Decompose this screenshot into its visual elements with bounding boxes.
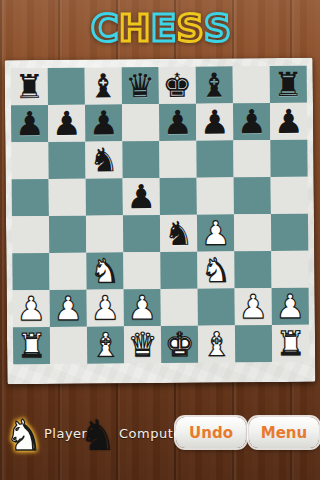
square-d5[interactable]: ♟ xyxy=(123,178,160,215)
square-a2[interactable]: ♟ xyxy=(13,290,50,327)
white-pawn-a2: ♟ xyxy=(16,290,46,327)
square-a3[interactable] xyxy=(12,253,49,290)
black-queen-d8: ♛ xyxy=(125,67,155,104)
square-d1[interactable]: ♛ xyxy=(124,326,161,363)
black-rook-a8: ♜ xyxy=(14,68,44,105)
square-e4[interactable]: ♞ xyxy=(160,215,197,252)
square-f8[interactable]: ♝ xyxy=(196,66,233,103)
square-f7[interactable]: ♟ xyxy=(196,103,233,140)
white-knight-c3: ♞ xyxy=(90,252,120,289)
black-pawn-d5: ♟ xyxy=(126,178,156,215)
square-a8[interactable]: ♜ xyxy=(11,68,48,105)
square-b8[interactable] xyxy=(48,68,85,105)
black-pawn-a7: ♟ xyxy=(15,105,45,142)
black-pawn-g7: ♟ xyxy=(237,103,267,140)
black-rook-h8: ♜ xyxy=(273,66,303,103)
white-pawn-d2: ♟ xyxy=(127,289,157,326)
square-d4[interactable] xyxy=(123,215,160,252)
square-e3[interactable] xyxy=(160,252,197,289)
square-a5[interactable] xyxy=(12,179,49,216)
black-pawn-h7: ♟ xyxy=(274,103,304,140)
square-e1[interactable]: ♚ xyxy=(161,326,198,363)
white-bishop-f1: ♝ xyxy=(202,325,232,362)
square-h2[interactable]: ♟ xyxy=(272,288,309,325)
square-d3[interactable] xyxy=(123,252,160,289)
white-knight-f3: ♞ xyxy=(201,251,231,288)
black-knight-icon: ♞ xyxy=(79,410,117,462)
square-a7[interactable]: ♟ xyxy=(11,105,48,142)
square-b4[interactable] xyxy=(49,216,86,253)
square-g5[interactable] xyxy=(234,177,271,214)
square-g2[interactable]: ♟ xyxy=(235,288,272,325)
square-b6[interactable] xyxy=(48,142,85,179)
square-h3[interactable] xyxy=(271,251,308,288)
square-h1[interactable]: ♜ xyxy=(272,325,309,362)
black-knight-c6: ♞ xyxy=(89,141,119,178)
title-letter: S xyxy=(175,6,202,50)
square-a6[interactable] xyxy=(11,142,48,179)
square-d7[interactable] xyxy=(122,104,159,141)
black-knight-e4: ♞ xyxy=(164,215,194,252)
square-e5[interactable] xyxy=(160,178,197,215)
black-pawn-b7: ♟ xyxy=(52,105,82,142)
square-c2[interactable]: ♟ xyxy=(87,289,124,326)
title-letter: E xyxy=(149,6,175,50)
white-rook-a1: ♜ xyxy=(17,327,47,364)
black-bishop-c8: ♝ xyxy=(88,67,118,104)
square-d2[interactable]: ♟ xyxy=(124,289,161,326)
title-letter: S xyxy=(203,6,230,50)
square-g3[interactable] xyxy=(234,251,271,288)
square-h8[interactable]: ♜ xyxy=(270,66,307,103)
black-pawn-c7: ♟ xyxy=(89,104,119,141)
app-title: C H E S S xyxy=(0,2,320,54)
square-c8[interactable]: ♝ xyxy=(85,67,122,104)
square-h6[interactable] xyxy=(270,140,307,177)
white-pawn-b2: ♟ xyxy=(53,290,83,327)
white-pawn-h2: ♟ xyxy=(275,288,305,325)
square-g4[interactable] xyxy=(234,214,271,251)
title-letter: H xyxy=(118,6,150,50)
bottom-bar: ♞ Player ♞ Computer Undo Menu xyxy=(0,406,320,468)
white-knight-icon: ♞ xyxy=(5,410,43,462)
square-g6[interactable] xyxy=(233,140,270,177)
chess-board: ♜♝♛♚♝♜♟♟♟♟♟♟♟♞♟♞♟♞♞♟♟♟♟♟♟♜♝♛♚♝♜ xyxy=(11,66,310,365)
square-e8[interactable]: ♚ xyxy=(159,67,196,104)
square-b5[interactable] xyxy=(49,179,86,216)
white-pawn-c2: ♟ xyxy=(90,289,120,326)
square-g7[interactable]: ♟ xyxy=(233,103,270,140)
square-f1[interactable]: ♝ xyxy=(198,325,235,362)
square-g1[interactable] xyxy=(235,325,272,362)
square-b2[interactable]: ♟ xyxy=(50,290,87,327)
undo-button[interactable]: Undo xyxy=(176,417,246,448)
chess-app-screen: { "game": "chess", "position": { "fen": … xyxy=(0,0,320,480)
black-pawn-f7: ♟ xyxy=(200,103,230,140)
square-d8[interactable]: ♛ xyxy=(122,67,159,104)
square-c7[interactable]: ♟ xyxy=(85,104,122,141)
square-c3[interactable]: ♞ xyxy=(86,252,123,289)
white-bishop-c1: ♝ xyxy=(91,326,121,363)
board-paper: ♜♝♛♚♝♜♟♟♟♟♟♟♟♞♟♞♟♞♞♟♟♟♟♟♟♜♝♛♚♝♜ xyxy=(5,58,316,385)
square-a4[interactable] xyxy=(12,216,49,253)
black-pawn-e7: ♟ xyxy=(163,104,193,141)
menu-button[interactable]: Menu xyxy=(249,417,319,448)
square-f5[interactable] xyxy=(197,177,234,214)
square-b3[interactable] xyxy=(49,253,86,290)
square-h5[interactable] xyxy=(271,177,308,214)
square-h7[interactable]: ♟ xyxy=(270,103,307,140)
square-f6[interactable] xyxy=(196,140,233,177)
square-c4[interactable] xyxy=(86,215,123,252)
square-e2[interactable] xyxy=(161,289,198,326)
square-b1[interactable] xyxy=(50,327,87,364)
square-c5[interactable] xyxy=(86,178,123,215)
square-a1[interactable]: ♜ xyxy=(13,327,50,364)
white-queen-d1: ♛ xyxy=(128,326,158,363)
square-g8[interactable] xyxy=(233,66,270,103)
square-b7[interactable]: ♟ xyxy=(48,105,85,142)
square-h4[interactable] xyxy=(271,214,308,251)
white-rook-h1: ♜ xyxy=(276,325,306,362)
square-e6[interactable] xyxy=(159,141,196,178)
square-c1[interactable]: ♝ xyxy=(87,326,124,363)
square-e7[interactable]: ♟ xyxy=(159,104,196,141)
square-f2[interactable] xyxy=(198,288,235,325)
white-pawn-g2: ♟ xyxy=(238,288,268,325)
square-f4[interactable]: ♟ xyxy=(197,214,234,251)
black-king-e8: ♚ xyxy=(162,67,192,104)
white-pawn-f4: ♟ xyxy=(201,214,231,251)
square-f3[interactable]: ♞ xyxy=(197,251,234,288)
black-bishop-f8: ♝ xyxy=(199,66,229,103)
square-d6[interactable] xyxy=(122,141,159,178)
square-c6[interactable]: ♞ xyxy=(85,141,122,178)
title-letter: C xyxy=(90,6,118,50)
white-king-e1: ♚ xyxy=(165,326,195,363)
